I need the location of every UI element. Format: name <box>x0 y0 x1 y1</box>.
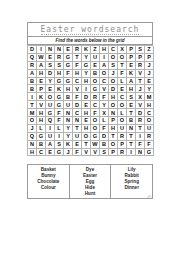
grid-cell: N <box>55 46 64 54</box>
grid-cell: Q <box>46 117 55 125</box>
grid-cell: R <box>55 54 64 62</box>
grid-cell: F <box>55 109 64 117</box>
grid-cell: B <box>127 117 136 125</box>
grid-cell: N <box>73 117 82 125</box>
grid-cell: S <box>55 141 64 149</box>
grid-cell: W <box>37 54 46 62</box>
grid-cell: T <box>82 141 91 149</box>
grid-cell: V <box>73 85 82 93</box>
grid-cell: P <box>145 54 154 62</box>
grid-cell: D <box>82 93 91 101</box>
grid-cell: H <box>37 70 46 78</box>
title-box: Easter wordsearch <box>27 22 153 37</box>
grid-cell: F <box>73 62 82 70</box>
grid-cell: T <box>73 54 82 62</box>
grid-cell: E <box>82 117 91 125</box>
grid-cell: J <box>136 85 145 93</box>
grid-cell: U <box>73 133 82 141</box>
grid-cell: C <box>91 101 100 109</box>
grid-cell: S <box>136 46 145 54</box>
grid-cell: B <box>91 70 100 78</box>
grid-cell: T <box>118 62 127 70</box>
grid-cell: E <box>37 78 46 86</box>
grid-cell: Q <box>28 133 37 141</box>
grid-cell: P <box>37 85 46 93</box>
grid-cell: O <box>28 117 37 125</box>
grid-cell: V <box>82 149 91 157</box>
grid-cell: G <box>91 133 100 141</box>
grid-cell: N <box>46 46 55 54</box>
worksheet-content: Easter wordsearch Find the words below i… <box>27 22 153 199</box>
grid-cell: I <box>28 93 37 101</box>
worksheet-page: Easter wordsearch Find the words below i… <box>0 0 180 256</box>
grid-cell: T <box>28 101 37 109</box>
copyright-mark: © <box>147 194 152 200</box>
grid-cell: R <box>118 133 127 141</box>
grid-cell: R <box>145 133 154 141</box>
grid-cell: O <box>109 101 118 109</box>
grid-cell: K <box>82 46 91 54</box>
grid-cell: M <box>145 93 154 101</box>
grid-cell: S <box>127 93 136 101</box>
grid-cell: N <box>127 125 136 133</box>
grid-cell: C <box>73 109 82 117</box>
grid-cell: D <box>109 85 118 93</box>
grid-cell: R <box>136 62 145 70</box>
grid-cell: J <box>145 62 154 70</box>
grid-cell: B <box>100 141 109 149</box>
grid-cell: Y <box>82 54 91 62</box>
grid-cell: D <box>100 133 109 141</box>
grid-cell: G <box>37 133 46 141</box>
grid-cell: H <box>82 78 91 86</box>
grid-cell: H <box>109 93 118 101</box>
instructions-text: Find the words below in the grid <box>56 38 125 43</box>
grid-cell: H <box>28 149 37 157</box>
grid-cell: A <box>28 70 37 78</box>
grid-cell: G <box>55 93 64 101</box>
grid-cell: R <box>91 93 100 101</box>
grid-cell: D <box>46 70 55 78</box>
grid-cell: P <box>109 149 118 157</box>
grid-cell: E <box>145 78 154 86</box>
grid-cell: O <box>46 93 55 101</box>
grid-cell: U <box>145 125 154 133</box>
grid-cell: T <box>109 133 118 141</box>
grid-cell: N <box>64 109 73 117</box>
grid-cell: E <box>91 62 100 70</box>
grid-cell: D <box>136 109 145 117</box>
grid-cell: T <box>127 109 136 117</box>
grid-cell: E <box>118 85 127 93</box>
word-bank-item: Dinner <box>124 185 139 191</box>
grid-cell: X <box>118 46 127 54</box>
grid-cell: L <box>118 109 127 117</box>
grid-cell: L <box>100 117 109 125</box>
grid-cell: K <box>64 141 73 149</box>
word-bank: BasketBunnyChocolateColourDyeEasterEggHi… <box>27 164 153 199</box>
grid-cell: A <box>127 78 136 86</box>
grid-cell: H <box>82 125 91 133</box>
grid-cell: Z <box>91 46 100 54</box>
grid-cell: O <box>82 133 91 141</box>
grid-cell: U <box>64 101 73 109</box>
grid-cell: T <box>127 141 136 149</box>
grid-cell: N <box>28 141 37 149</box>
grid-cell: O <box>109 54 118 62</box>
grid-cell: F <box>100 93 109 101</box>
grid-cell: N <box>136 149 145 157</box>
grid-cell: A <box>100 62 109 70</box>
grid-cell: A <box>46 141 55 149</box>
grid-cell: I <box>46 125 55 133</box>
grid-cell: R <box>73 46 82 54</box>
grid-cell: I <box>100 54 109 62</box>
grid-cell: O <box>91 78 100 86</box>
grid-cell: R <box>28 62 37 70</box>
grid-cell: U <box>46 133 55 141</box>
grid-cell: Q <box>28 54 37 62</box>
grid-cell: S <box>55 62 64 70</box>
grid-cell: I <box>37 46 46 54</box>
grid-cell: V <box>136 101 145 109</box>
grid-cell: E <box>46 54 55 62</box>
grid-cell: G <box>64 78 73 86</box>
grid-cell: G <box>55 149 64 157</box>
grid-cell: S <box>109 62 118 70</box>
grid-cell: O <box>145 117 154 125</box>
grid-cell: O <box>109 141 118 149</box>
subtitle-box: Find the words below in the grid <box>27 37 153 45</box>
grid-cell: B <box>64 93 73 101</box>
grid-cell: G <box>64 54 73 62</box>
grid-cell: E <box>127 62 136 70</box>
grid-cell: A <box>37 62 46 70</box>
grid-cell: B <box>37 141 46 149</box>
word-bank-item: Hunt <box>85 191 95 197</box>
grid-cell: H <box>37 109 46 117</box>
wordsearch-grid: DINNERKZHCXPSZQWERGTYUIOOPPPRASSGFGEASTE… <box>27 45 153 156</box>
grid-cell: L <box>55 125 64 133</box>
grid-cell: U <box>91 54 100 62</box>
grid-cell: V <box>37 101 46 109</box>
grid-cell: J <box>64 149 73 157</box>
grid-cell: E <box>82 101 91 109</box>
grid-cell: V <box>91 149 100 157</box>
grid-cell: E <box>46 149 55 157</box>
grid-cell: S <box>100 149 109 157</box>
grid-cell: G <box>64 62 73 70</box>
grid-cell: X <box>100 109 109 117</box>
grid-cell: C <box>100 78 109 86</box>
grid-cell: L <box>118 78 127 86</box>
grid-cell: V <box>100 85 109 93</box>
word-bank-column: BasketBunnyChocolateColour <box>28 165 69 198</box>
grid-cell: T <box>73 125 82 133</box>
grid-cell: V <box>136 70 145 78</box>
grid-cell: U <box>46 101 55 109</box>
grid-cell: O <box>100 70 109 78</box>
grid-cell: N <box>109 109 118 117</box>
grid-cell: D <box>28 46 37 54</box>
word-bank-column: DyeEasterEggHideHunt <box>69 165 111 198</box>
grid-cell: E <box>73 141 82 149</box>
grid-cell: J <box>28 125 37 133</box>
grid-cell: X <box>136 93 145 101</box>
grid-cell: G <box>82 62 91 70</box>
grid-cell: L <box>37 125 46 133</box>
grid-cell: K <box>37 93 46 101</box>
grid-cell: W <box>91 141 100 149</box>
page-title: Easter wordsearch <box>41 25 140 35</box>
grid-cell: J <box>109 70 118 78</box>
grid-cell: Z <box>145 46 154 54</box>
grid-cell: N <box>64 117 73 125</box>
grid-cell: Y <box>64 125 73 133</box>
grid-cell: U <box>118 125 127 133</box>
grid-cell: H <box>73 70 82 78</box>
grid-cell: P <box>127 46 136 54</box>
grid-cell: E <box>127 101 136 109</box>
grid-cell: O <box>118 54 127 62</box>
grid-cell: D <box>73 101 82 109</box>
grid-cell: F <box>73 149 82 157</box>
grid-cell: I <box>127 149 136 157</box>
grid-cell: E <box>64 46 73 54</box>
grid-cell: Y <box>82 70 91 78</box>
grid-cell: F <box>91 109 100 117</box>
grid-cell: R <box>136 117 145 125</box>
grid-cell: H <box>55 70 64 78</box>
grid-cell: G <box>55 101 64 109</box>
grid-cell: Y <box>46 78 55 86</box>
grid-cell: T <box>136 125 145 133</box>
grid-cell: K <box>127 70 136 78</box>
grid-cell: P <box>118 141 127 149</box>
grid-cell: H <box>37 117 46 125</box>
grid-cell: E <box>46 85 55 93</box>
word-bank-item: Colour <box>41 185 56 191</box>
grid-cell: G <box>46 109 55 117</box>
grid-cell: C <box>145 109 154 117</box>
grid-cell: F <box>73 93 82 101</box>
grid-cell: H <box>145 101 154 109</box>
grid-cell: O <box>118 117 127 125</box>
grid-cell: J <box>145 70 154 78</box>
grid-cell: C <box>73 78 82 86</box>
grid-cell: H <box>127 85 136 93</box>
grid-cell: G <box>91 85 100 93</box>
grid-cell: Y <box>64 133 73 141</box>
grid-cell: K <box>55 85 64 93</box>
grid-cell: G <box>55 78 64 86</box>
grid-cell: Y <box>100 101 109 109</box>
grid-cell: P <box>109 117 118 125</box>
grid-cell: F <box>55 117 64 125</box>
grid-cell: C <box>37 149 46 157</box>
grid-cell: F <box>118 70 127 78</box>
grid-cell: H <box>100 46 109 54</box>
grid-cell: B <box>28 78 37 86</box>
grid-cell: S <box>46 62 55 70</box>
grid-cell: H <box>64 85 73 93</box>
grid-cell: C <box>109 46 118 54</box>
grid-cell: T <box>127 133 136 141</box>
grid-cell: F <box>136 141 145 149</box>
grid-cell: P <box>127 54 136 62</box>
grid-cell: O <box>118 101 127 109</box>
grid-cell: T <box>136 78 145 86</box>
grid-cell: I <box>136 133 145 141</box>
grid-cell: M <box>28 109 37 117</box>
grid-cell: F <box>100 125 109 133</box>
grid-cell: G <box>145 149 154 157</box>
grid-cell: O <box>109 78 118 86</box>
grid-cell: Y <box>145 85 154 93</box>
grid-cell: H <box>82 109 91 117</box>
grid-cell: F <box>64 70 73 78</box>
grid-cell: O <box>91 117 100 125</box>
grid-cell: H <box>109 125 118 133</box>
grid-cell: I <box>55 133 64 141</box>
grid-cell: F <box>145 141 154 149</box>
grid-cell: P <box>136 54 145 62</box>
word-bank-column: LilyRabbitSpringDinner <box>110 165 152 198</box>
grid-cell: C <box>118 93 127 101</box>
grid-cell: I <box>82 85 91 93</box>
grid-cell: R <box>118 149 127 157</box>
grid-cell: B <box>28 85 37 93</box>
grid-cell: O <box>91 125 100 133</box>
